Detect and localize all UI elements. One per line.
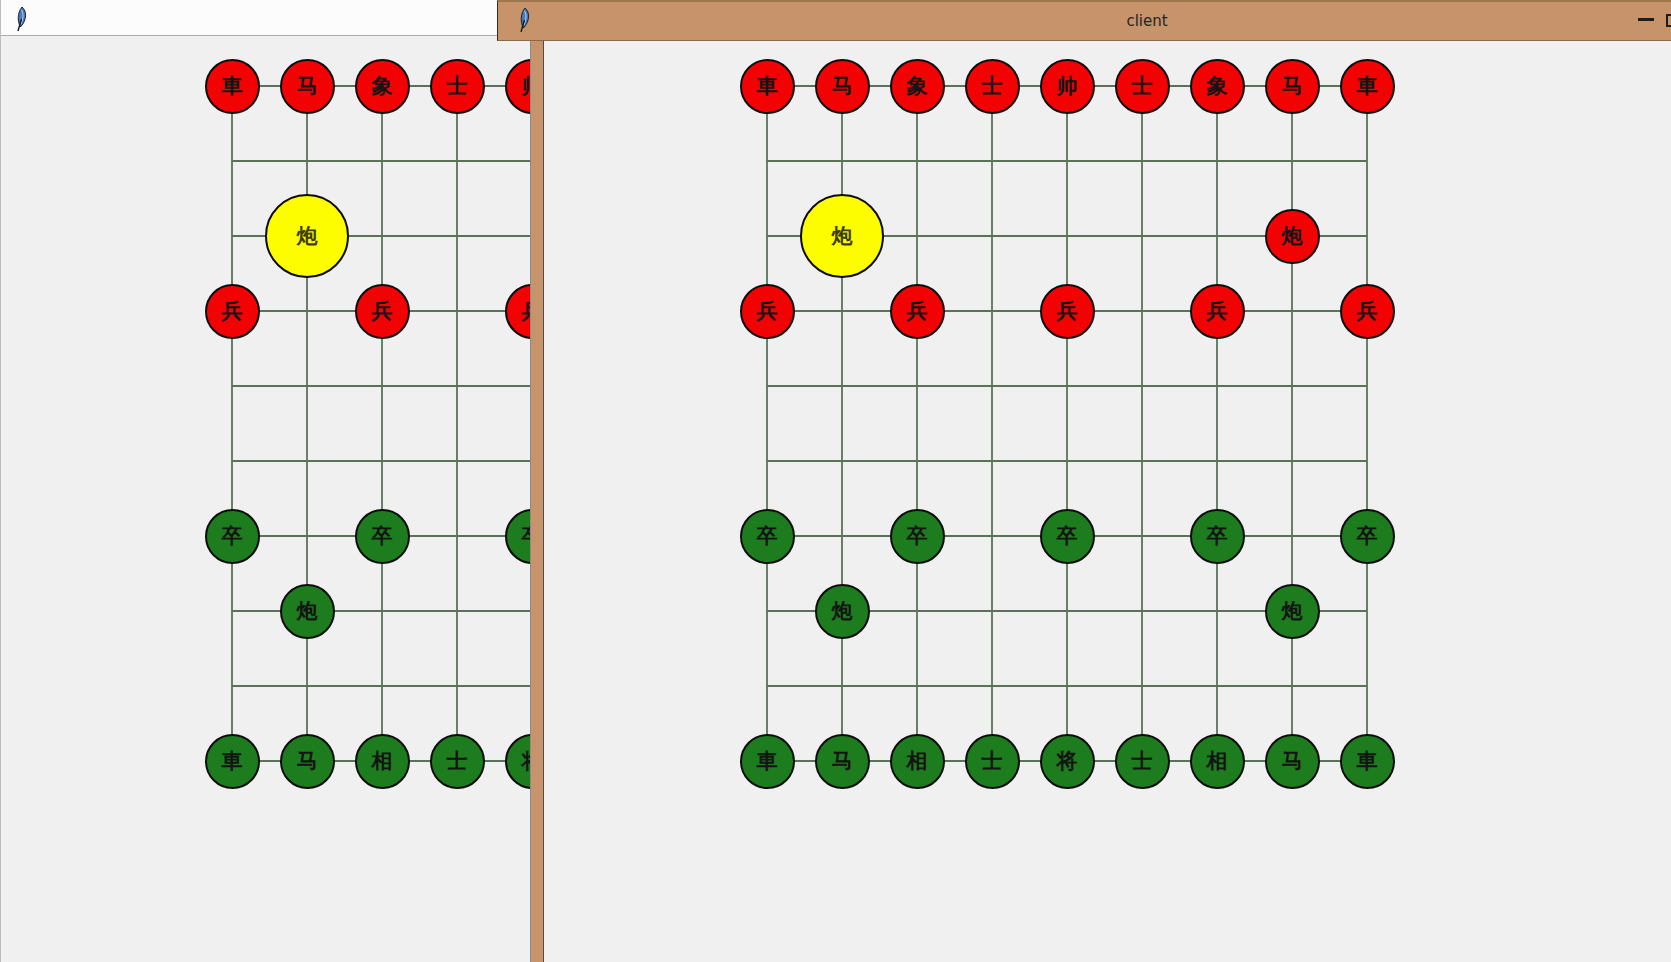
piece-green-soldier[interactable]: 卒 [740,509,795,564]
piece-red-elephant[interactable]: 象 [1190,59,1245,114]
board-intersection [730,649,805,724]
board-intersection [270,124,345,199]
board-intersection [1255,499,1330,574]
board-intersection [420,424,495,499]
board-intersection [1105,424,1180,499]
board-intersection: 卒 [195,499,270,574]
board-intersection: 相 [345,724,420,799]
board-intersection [730,124,805,199]
board-intersection [1330,649,1405,724]
board-intersection [420,274,495,349]
board-intersection: 兵 [345,274,420,349]
board-intersection [805,124,880,199]
piece-red-advisor[interactable]: 士 [1115,59,1170,114]
board-intersection: 相 [880,724,955,799]
board-intersection [195,349,270,424]
board-intersection: 炮 [1255,574,1330,649]
piece-red-horse[interactable]: 马 [1265,59,1320,114]
client-window-titlebar[interactable]: client [497,0,1671,41]
board-intersection: 炮 [270,574,345,649]
piece-red-chariot[interactable]: 車 [205,59,260,114]
board-intersection [1030,424,1105,499]
piece-red-cannon[interactable]: 炮 [1265,209,1320,264]
board-intersection: 兵 [1180,274,1255,349]
board-intersection [955,649,1030,724]
board-intersection [195,199,270,274]
board-intersection [1030,349,1105,424]
board-intersection: 車 [730,49,805,124]
piece-red-chariot[interactable]: 車 [740,59,795,114]
piece-green-advisor[interactable]: 士 [430,734,485,789]
board-intersection [1180,574,1255,649]
piece-red-soldier[interactable]: 兵 [1340,284,1395,339]
board-intersection [1180,649,1255,724]
board-intersection: 帅 [495,49,531,124]
board-intersection: 将 [1030,724,1105,799]
board-intersection [1105,124,1180,199]
xiangqi-board: 車马象士帅士象马車炮炮兵兵兵兵兵卒卒卒卒卒炮炮車马相士将士相马車 [195,49,531,799]
board-intersection: 象 [345,49,420,124]
piece-red-chariot[interactable]: 車 [1340,59,1395,114]
board-intersection: 马 [1255,724,1330,799]
board-intersection [730,349,805,424]
board-intersection [495,349,531,424]
piece-green-general[interactable]: 将 [505,734,531,789]
left-window: 車马象士帅士象马車炮炮兵兵兵兵兵卒卒卒卒卒炮炮車马相士将士相马車 [0,0,530,962]
board-intersection [805,499,880,574]
board-intersection: 兵 [1330,274,1405,349]
board-intersection [1030,124,1105,199]
piece-red-elephant[interactable]: 象 [890,59,945,114]
board-intersection [880,349,955,424]
board-intersection: 車 [1330,49,1405,124]
board-intersection [345,124,420,199]
board-intersection: 車 [730,724,805,799]
piece-green-chariot[interactable]: 車 [205,734,260,789]
board-intersection [955,574,1030,649]
board-intersection [1255,649,1330,724]
board-intersection: 卒 [880,499,955,574]
board-intersection [195,574,270,649]
piece-red-soldier[interactable]: 兵 [890,284,945,339]
piece-red-elephant[interactable]: 象 [355,59,410,114]
piece-green-soldier[interactable]: 卒 [1340,509,1395,564]
board-intersection [1330,199,1405,274]
board-intersection [495,424,531,499]
board-intersection [730,424,805,499]
board-intersection [495,124,531,199]
board-intersection: 马 [270,724,345,799]
piece-green-chariot[interactable]: 車 [740,734,795,789]
minimize-button[interactable] [1638,18,1654,21]
board-intersection [270,274,345,349]
board-intersection [270,499,345,574]
board-intersection: 卒 [495,499,531,574]
board-intersection [195,649,270,724]
board-intersection [805,274,880,349]
board-intersection: 炮 [1255,199,1330,274]
board-intersection [195,424,270,499]
piece-green-elephant[interactable]: 相 [1190,734,1245,789]
board-intersection: 士 [955,724,1030,799]
board-intersection: 炮 [270,199,345,274]
piece-green-soldier[interactable]: 卒 [1040,509,1095,564]
board-intersection [1180,349,1255,424]
board-intersection: 士 [955,49,1030,124]
piece-red-soldier[interactable]: 兵 [355,284,410,339]
piece-green-general[interactable]: 将 [1040,734,1095,789]
board-intersection [270,424,345,499]
board-intersection [270,649,345,724]
piece-green-elephant[interactable]: 相 [355,734,410,789]
piece-red-horse[interactable]: 马 [815,59,870,114]
board-intersection: 象 [1180,49,1255,124]
board-intersection: 卒 [730,499,805,574]
board-intersection [1105,499,1180,574]
window-title: client [1126,12,1167,30]
board-intersection [1180,424,1255,499]
tkinter-feather-icon [10,6,30,32]
board-intersection [1105,199,1180,274]
board-intersection [1255,274,1330,349]
board-intersection [420,574,495,649]
board-intersection: 卒 [345,499,420,574]
board-intersection [1030,574,1105,649]
piece-green-horse[interactable]: 马 [280,734,335,789]
piece-green-horse[interactable]: 马 [815,734,870,789]
board-intersection: 马 [805,724,880,799]
piece-red-soldier[interactable]: 兵 [740,284,795,339]
board-intersection: 相 [1180,724,1255,799]
board-intersection [880,649,955,724]
board-intersection: 卒 [1180,499,1255,574]
maximize-button[interactable] [1666,14,1671,27]
board-intersection: 兵 [1030,274,1105,349]
board-intersection [805,424,880,499]
board-intersection [420,499,495,574]
board-intersection: 兵 [195,274,270,349]
board-intersection [1255,349,1330,424]
board-intersection [730,574,805,649]
piece-green-soldier[interactable]: 卒 [355,509,410,564]
board-intersection: 兵 [880,274,955,349]
board-intersection [805,649,880,724]
board-intersection: 帅 [1030,49,1105,124]
board-intersection [1105,649,1180,724]
piece-red-soldier[interactable]: 兵 [1040,284,1095,339]
board-intersection [955,349,1030,424]
piece-green-chariot[interactable]: 車 [1340,734,1395,789]
piece-red-soldier[interactable]: 兵 [205,284,260,339]
board-intersection: 士 [420,49,495,124]
desktop: 車马象士帅士象马車炮炮兵兵兵兵兵卒卒卒卒卒炮炮車马相士将士相马車 車马象士帅士象… [0,0,1671,962]
board-intersection [1330,349,1405,424]
piece-red-general[interactable]: 帅 [1040,59,1095,114]
board-intersection [880,124,955,199]
piece-red-cannon-selected[interactable]: 炮 [800,194,884,278]
board-intersection: 卒 [1030,499,1105,574]
board-intersection [1105,574,1180,649]
board-intersection [880,424,955,499]
piece-red-advisor[interactable]: 士 [430,59,485,114]
piece-green-soldier[interactable]: 卒 [205,509,260,564]
piece-red-cannon-selected[interactable]: 炮 [265,194,349,278]
board-intersection [420,649,495,724]
board-intersection [955,199,1030,274]
piece-green-elephant[interactable]: 相 [890,734,945,789]
board-intersection: 兵 [730,274,805,349]
board-intersection [880,199,955,274]
board-intersection [955,274,1030,349]
board-intersection [730,199,805,274]
piece-red-soldier[interactable]: 兵 [1190,284,1245,339]
board-intersection [495,199,531,274]
xiangqi-board: 車马象士帅士象马車炮炮兵兵兵兵兵卒卒卒卒卒炮炮車马相士将士相马車 [730,49,1405,799]
board-intersection: 将 [495,724,531,799]
board-intersection: 車 [1330,724,1405,799]
board-intersection [345,349,420,424]
board-intersection: 士 [1105,724,1180,799]
board-intersection [1330,124,1405,199]
board-intersection [880,574,955,649]
left-window-titlebar[interactable] [1,0,530,36]
piece-red-horse[interactable]: 马 [280,59,335,114]
piece-green-cannon[interactable]: 炮 [280,584,335,639]
piece-red-soldier[interactable]: 兵 [505,284,531,339]
board-intersection [195,124,270,199]
board-intersection [345,199,420,274]
board-intersection [345,574,420,649]
board-intersection [1030,649,1105,724]
board-intersection: 马 [270,49,345,124]
board-intersection [420,124,495,199]
piece-green-soldier[interactable]: 卒 [1190,509,1245,564]
board-intersection: 炮 [805,199,880,274]
board-intersection [1255,124,1330,199]
piece-green-advisor[interactable]: 士 [965,734,1020,789]
board-intersection: 車 [195,49,270,124]
piece-green-cannon[interactable]: 炮 [1265,584,1320,639]
board-intersection: 士 [420,724,495,799]
board-intersection [420,199,495,274]
piece-green-cannon[interactable]: 炮 [815,584,870,639]
board-intersection [1030,199,1105,274]
piece-red-advisor[interactable]: 士 [965,59,1020,114]
board-intersection: 象 [880,49,955,124]
board-intersection [955,499,1030,574]
board-intersection [1330,424,1405,499]
board-intersection [1255,424,1330,499]
board-intersection [420,349,495,424]
board-intersection [1180,124,1255,199]
left-board-canvas[interactable]: 車马象士帅士象马車炮炮兵兵兵兵兵卒卒卒卒卒炮炮車马相士将士相马車 [1,37,530,962]
piece-green-soldier[interactable]: 卒 [890,509,945,564]
board-intersection [955,424,1030,499]
board-intersection: 士 [1105,49,1180,124]
board-intersection [1105,274,1180,349]
client-board-canvas[interactable]: 車马象士帅士象马車炮炮兵兵兵兵兵卒卒卒卒卒炮炮車马相士将士相马車 [544,41,1671,962]
board-intersection [345,424,420,499]
board-intersection [270,349,345,424]
board-intersection [495,574,531,649]
board-intersection: 車 [195,724,270,799]
board-intersection: 卒 [1330,499,1405,574]
board-intersection: 兵 [495,274,531,349]
piece-red-general[interactable]: 帅 [505,59,531,114]
board-intersection [955,124,1030,199]
piece-green-advisor[interactable]: 士 [1115,734,1170,789]
piece-green-soldier[interactable]: 卒 [505,509,531,564]
client-window-left-border [530,41,544,962]
board-intersection [1105,349,1180,424]
board-intersection [805,349,880,424]
board-intersection: 马 [1255,49,1330,124]
board-intersection [495,649,531,724]
board-intersection: 炮 [805,574,880,649]
piece-green-horse[interactable]: 马 [1265,734,1320,789]
board-intersection: 马 [805,49,880,124]
tkinter-feather-icon [513,7,533,33]
board-intersection [345,649,420,724]
board-intersection [1180,199,1255,274]
board-intersection [1330,574,1405,649]
